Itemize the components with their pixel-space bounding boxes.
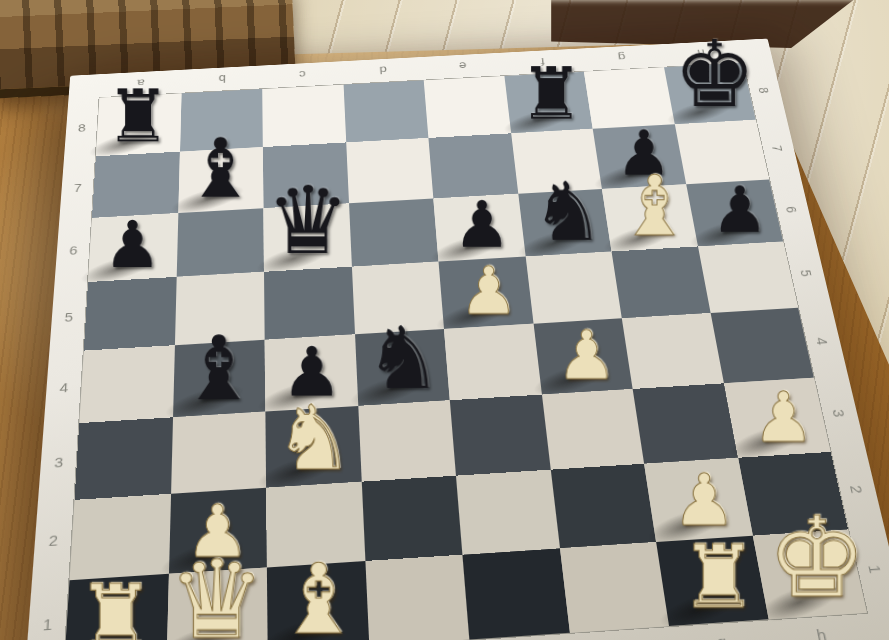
black-bishop-b4[interactable]: ♝: [179, 324, 259, 413]
square-f1[interactable]: [560, 542, 670, 633]
square-d6[interactable]: [349, 198, 439, 267]
white-bishop-c1[interactable]: ♝: [275, 551, 362, 640]
file-label-top-h: h: [659, 40, 743, 67]
square-b1[interactable]: ♛: [166, 568, 268, 640]
square-c8[interactable]: [262, 85, 346, 147]
file-label-top-a: a: [100, 70, 182, 98]
square-g1[interactable]: ♜: [656, 536, 768, 626]
square-c1[interactable]: ♝: [267, 561, 369, 640]
rank-label-left-4: 4: [44, 351, 84, 425]
square-e2[interactable]: [456, 469, 560, 555]
square-g5[interactable]: [612, 247, 711, 319]
square-b7[interactable]: ♝: [178, 147, 263, 213]
rank-label-left-3: 3: [38, 423, 79, 502]
photo-scene: ♜♜♚♝♟♟♛♟♞♝♟♟♝♟♞♟♞♟♟♟♜♛♝♜♚ abcdefgh abcde…: [0, 0, 889, 640]
white-pawn-h3[interactable]: ♟: [753, 383, 815, 452]
black-pawn-e6[interactable]: ♟: [453, 194, 510, 258]
square-a3[interactable]: [75, 417, 173, 499]
black-bishop-b7[interactable]: ♝: [184, 127, 257, 209]
rank-label-left-5: 5: [49, 282, 88, 352]
square-c6[interactable]: ♛: [263, 203, 351, 272]
board-border: ♜♜♚♝♟♟♛♟♞♝♟♟♝♟♞♟♞♟♟♟♜♛♝♜♚ abcdefgh abcde…: [22, 39, 889, 640]
square-d4[interactable]: ♞: [355, 329, 450, 406]
rank-label-right-8: 8: [726, 76, 804, 104]
file-label-top-c: c: [262, 61, 343, 89]
rank-label-left-2: 2: [32, 499, 75, 583]
square-c3[interactable]: ♞: [265, 406, 361, 488]
rank-label-left-1: 1: [25, 581, 69, 640]
square-e5[interactable]: ♟: [439, 257, 534, 329]
rank-label-right-5: 5: [765, 257, 850, 289]
chessboard: ♜♜♚♝♟♟♛♟♞♝♟♟♝♟♞♟♞♟♟♟♜♛♝♜♚ abcdefgh abcde…: [22, 39, 889, 640]
black-knight-d4[interactable]: ♞: [365, 315, 442, 401]
white-rook-g1[interactable]: ♜: [679, 533, 757, 620]
file-label-top-f: f: [501, 49, 584, 76]
square-h1[interactable]: ♚: [752, 530, 866, 620]
square-f5[interactable]: [525, 252, 622, 324]
square-f2[interactable]: [550, 463, 656, 548]
square-e6[interactable]: ♟: [433, 193, 525, 261]
square-d3[interactable]: [358, 400, 456, 481]
black-knight-f6[interactable]: ♞: [532, 171, 605, 252]
white-rook-a1[interactable]: ♜: [76, 573, 155, 640]
square-f3[interactable]: [541, 389, 644, 469]
file-label-top-d: d: [342, 57, 424, 85]
square-b6[interactable]: [176, 208, 264, 277]
rank-label-right-7: 7: [738, 134, 818, 163]
file-label-top-g: g: [580, 44, 663, 71]
square-h4[interactable]: [710, 308, 814, 383]
square-a1[interactable]: ♜: [64, 574, 168, 640]
white-pawn-f4[interactable]: ♟: [557, 322, 618, 390]
white-king-h1[interactable]: ♚: [767, 503, 867, 614]
square-a6[interactable]: ♟: [88, 213, 178, 283]
square-b4[interactable]: ♝: [173, 340, 266, 417]
square-d7[interactable]: [346, 138, 434, 203]
white-queen-b1[interactable]: ♛: [168, 546, 265, 640]
square-g6[interactable]: ♝: [602, 184, 698, 252]
square-b3[interactable]: [171, 411, 267, 493]
square-e3[interactable]: [450, 394, 550, 475]
black-queen-c6[interactable]: ♛: [266, 174, 350, 268]
file-label-top-b: b: [181, 66, 262, 94]
white-bishop-g6[interactable]: ♝: [617, 164, 692, 247]
black-pawn-a6[interactable]: ♟: [103, 213, 161, 278]
white-pawn-e5[interactable]: ♟: [459, 259, 518, 325]
square-f4[interactable]: ♟: [533, 318, 633, 394]
square-e1[interactable]: [462, 549, 569, 640]
square-f6[interactable]: ♞: [518, 189, 612, 257]
square-f8[interactable]: ♜: [504, 72, 593, 133]
square-e4[interactable]: [444, 324, 541, 400]
square-g4[interactable]: [622, 313, 724, 389]
chessboard-perspective-wrapper: ♜♜♚♝♟♟♛♟♞♝♟♟♝♟♞♟♞♟♟♟♜♛♝♜♚ abcdefgh abcde…: [52, 0, 836, 640]
square-d8[interactable]: [343, 80, 428, 142]
square-a8[interactable]: ♜: [96, 93, 181, 156]
square-e8[interactable]: [424, 76, 511, 138]
file-label-top-e: e: [422, 53, 504, 81]
square-a5[interactable]: [84, 277, 176, 350]
square-g3[interactable]: [633, 383, 738, 463]
rank-label-left-7: 7: [59, 156, 96, 219]
square-d1[interactable]: [365, 555, 469, 640]
rank-label-right-6: 6: [751, 194, 833, 225]
rank-label-left-8: 8: [64, 98, 99, 158]
rank-label-left-6: 6: [54, 218, 92, 285]
square-a4[interactable]: [79, 345, 174, 423]
square-h3[interactable]: ♟: [723, 378, 830, 458]
square-d2[interactable]: [361, 475, 462, 561]
square-c5[interactable]: [264, 267, 355, 340]
white-knight-c3[interactable]: ♞: [274, 393, 354, 482]
